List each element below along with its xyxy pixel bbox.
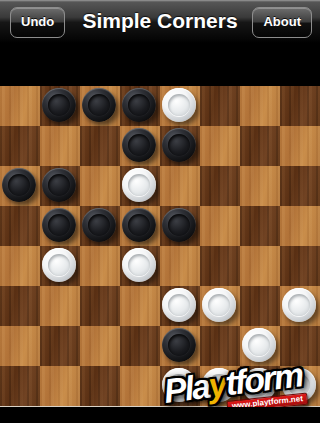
square-r6c2[interactable]	[80, 326, 120, 366]
square-r5c6[interactable]	[240, 286, 280, 326]
square-r4c7[interactable]	[280, 246, 320, 286]
square-r0c1[interactable]	[40, 86, 80, 126]
black-piece[interactable]	[82, 208, 116, 242]
square-r7c2[interactable]	[80, 366, 120, 406]
black-piece[interactable]	[122, 208, 156, 242]
logo-text-prefix: Pla	[162, 367, 211, 410]
black-piece[interactable]	[162, 208, 196, 242]
white-piece[interactable]	[282, 288, 316, 322]
square-r5c3[interactable]	[120, 286, 160, 326]
square-r2c3[interactable]	[120, 166, 160, 206]
square-r2c5[interactable]	[200, 166, 240, 206]
square-r4c6[interactable]	[240, 246, 280, 286]
square-r2c4[interactable]	[160, 166, 200, 206]
square-r6c0[interactable]	[0, 326, 40, 366]
square-r0c3[interactable]	[120, 86, 160, 126]
square-r0c5[interactable]	[200, 86, 240, 126]
black-piece[interactable]	[42, 168, 76, 202]
bottom-black-strip	[0, 407, 320, 423]
square-r2c0[interactable]	[0, 166, 40, 206]
square-r1c7[interactable]	[280, 126, 320, 166]
square-r4c1[interactable]	[40, 246, 80, 286]
square-r2c1[interactable]	[40, 166, 80, 206]
white-piece[interactable]	[42, 248, 76, 282]
square-r5c0[interactable]	[0, 286, 40, 326]
square-r2c6[interactable]	[240, 166, 280, 206]
square-r5c5[interactable]	[200, 286, 240, 326]
square-r4c5[interactable]	[200, 246, 240, 286]
square-r3c0[interactable]	[0, 206, 40, 246]
square-r1c0[interactable]	[0, 126, 40, 166]
square-r4c2[interactable]	[80, 246, 120, 286]
square-r2c2[interactable]	[80, 166, 120, 206]
square-r2c7[interactable]	[280, 166, 320, 206]
square-r1c4[interactable]	[160, 126, 200, 166]
black-piece[interactable]	[2, 168, 36, 202]
square-r5c1[interactable]	[40, 286, 80, 326]
black-piece[interactable]	[82, 88, 116, 122]
square-r6c4[interactable]	[160, 326, 200, 366]
square-r5c7[interactable]	[280, 286, 320, 326]
white-piece[interactable]	[162, 88, 196, 122]
square-r3c5[interactable]	[200, 206, 240, 246]
square-r1c5[interactable]	[200, 126, 240, 166]
nav-bar: Undo Simple Corners About	[0, 0, 320, 44]
white-piece[interactable]	[122, 168, 156, 202]
square-r7c0[interactable]	[0, 366, 40, 406]
app-screen: Undo Simple Corners About Playtform www.…	[0, 0, 320, 423]
square-r7c3[interactable]	[120, 366, 160, 406]
square-r6c1[interactable]	[40, 326, 80, 366]
square-r3c4[interactable]	[160, 206, 200, 246]
square-r0c4[interactable]	[160, 86, 200, 126]
square-r4c4[interactable]	[160, 246, 200, 286]
square-r1c2[interactable]	[80, 126, 120, 166]
black-piece[interactable]	[162, 128, 196, 162]
square-r5c4[interactable]	[160, 286, 200, 326]
white-piece[interactable]	[202, 288, 236, 322]
black-piece[interactable]	[42, 208, 76, 242]
square-r6c3[interactable]	[120, 326, 160, 366]
square-r3c3[interactable]	[120, 206, 160, 246]
black-piece[interactable]	[122, 128, 156, 162]
square-r3c6[interactable]	[240, 206, 280, 246]
square-r6c5[interactable]	[200, 326, 240, 366]
square-r1c1[interactable]	[40, 126, 80, 166]
square-r1c3[interactable]	[120, 126, 160, 166]
white-piece[interactable]	[162, 288, 196, 322]
square-r0c6[interactable]	[240, 86, 280, 126]
square-r3c7[interactable]	[280, 206, 320, 246]
black-piece[interactable]	[42, 88, 76, 122]
square-r4c0[interactable]	[0, 246, 40, 286]
black-piece[interactable]	[162, 328, 196, 362]
square-r7c1[interactable]	[40, 366, 80, 406]
square-r3c1[interactable]	[40, 206, 80, 246]
square-r4c3[interactable]	[120, 246, 160, 286]
square-r0c7[interactable]	[280, 86, 320, 126]
white-piece[interactable]	[242, 328, 276, 362]
white-piece[interactable]	[122, 248, 156, 282]
square-r0c0[interactable]	[0, 86, 40, 126]
square-r1c6[interactable]	[240, 126, 280, 166]
about-button[interactable]: About	[252, 7, 312, 38]
square-r0c2[interactable]	[80, 86, 120, 126]
square-r5c2[interactable]	[80, 286, 120, 326]
black-piece[interactable]	[122, 88, 156, 122]
square-r3c2[interactable]	[80, 206, 120, 246]
